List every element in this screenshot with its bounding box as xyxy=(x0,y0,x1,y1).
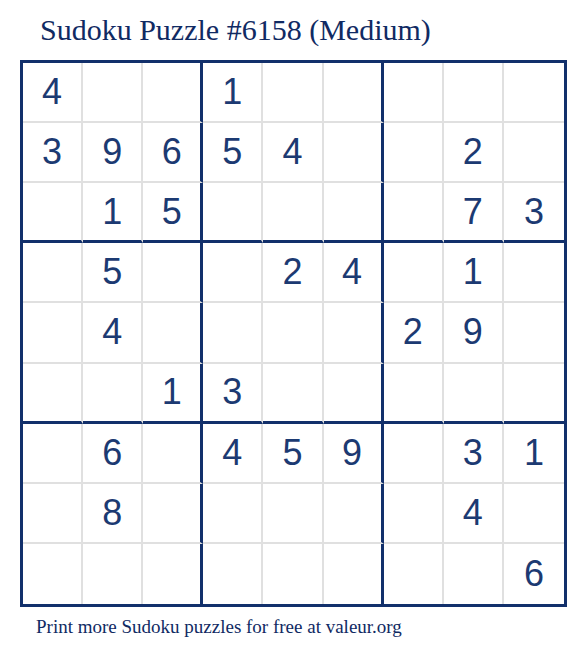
cell-r9c5[interactable] xyxy=(263,544,323,604)
cell-r1c3[interactable] xyxy=(143,63,203,123)
cell-r9c9[interactable]: 6 xyxy=(504,544,564,604)
cell-r6c7[interactable] xyxy=(384,364,444,424)
cell-r5c8[interactable]: 9 xyxy=(444,303,504,363)
cell-r3c8[interactable]: 7 xyxy=(444,183,504,243)
cell-r2c9[interactable] xyxy=(504,123,564,183)
sudoku-page: Sudoku Puzzle #6158 (Medium) 41396542157… xyxy=(0,0,574,651)
cell-r3c3[interactable]: 5 xyxy=(143,183,203,243)
cell-r9c7[interactable] xyxy=(384,544,444,604)
cell-r7c5[interactable]: 5 xyxy=(263,424,323,484)
cell-r3c4[interactable] xyxy=(203,183,263,243)
cell-r6c8[interactable] xyxy=(444,364,504,424)
cell-r1c1[interactable]: 4 xyxy=(23,63,83,123)
cell-r4c5[interactable]: 2 xyxy=(263,243,323,303)
footer-text: Print more Sudoku puzzles for free at va… xyxy=(36,616,402,638)
cell-r8c2[interactable]: 8 xyxy=(83,484,143,544)
cell-r7c6[interactable]: 9 xyxy=(324,424,384,484)
cell-r7c8[interactable]: 3 xyxy=(444,424,504,484)
cell-r1c5[interactable] xyxy=(263,63,323,123)
cell-r1c9[interactable] xyxy=(504,63,564,123)
cell-r4c7[interactable] xyxy=(384,243,444,303)
cell-r3c1[interactable] xyxy=(23,183,83,243)
cell-r8c1[interactable] xyxy=(23,484,83,544)
cell-r2c1[interactable]: 3 xyxy=(23,123,83,183)
cell-r8c3[interactable] xyxy=(143,484,203,544)
cell-r5c3[interactable] xyxy=(143,303,203,363)
cell-r6c5[interactable] xyxy=(263,364,323,424)
cell-r2c7[interactable] xyxy=(384,123,444,183)
cell-r3c9[interactable]: 3 xyxy=(504,183,564,243)
cell-r9c6[interactable] xyxy=(324,544,384,604)
cell-r7c9[interactable]: 1 xyxy=(504,424,564,484)
cell-r2c2[interactable]: 9 xyxy=(83,123,143,183)
cell-r3c5[interactable] xyxy=(263,183,323,243)
cell-r2c4[interactable]: 5 xyxy=(203,123,263,183)
cell-r7c7[interactable] xyxy=(384,424,444,484)
cell-r4c2[interactable]: 5 xyxy=(83,243,143,303)
cell-r8c9[interactable] xyxy=(504,484,564,544)
cell-r9c3[interactable] xyxy=(143,544,203,604)
page-title: Sudoku Puzzle #6158 (Medium) xyxy=(40,13,431,47)
cell-r7c1[interactable] xyxy=(23,424,83,484)
cell-r4c8[interactable]: 1 xyxy=(444,243,504,303)
cell-r5c2[interactable]: 4 xyxy=(83,303,143,363)
cell-r4c4[interactable] xyxy=(203,243,263,303)
cell-r5c7[interactable]: 2 xyxy=(384,303,444,363)
cell-r9c2[interactable] xyxy=(83,544,143,604)
cell-r1c6[interactable] xyxy=(324,63,384,123)
cell-r6c6[interactable] xyxy=(324,364,384,424)
cell-r3c6[interactable] xyxy=(324,183,384,243)
sudoku-board: 413965421573524142913645931846 xyxy=(20,60,567,607)
cell-r5c5[interactable] xyxy=(263,303,323,363)
cell-r9c1[interactable] xyxy=(23,544,83,604)
cell-r1c4[interactable]: 1 xyxy=(203,63,263,123)
cell-r8c5[interactable] xyxy=(263,484,323,544)
cell-r8c8[interactable]: 4 xyxy=(444,484,504,544)
cell-r1c2[interactable] xyxy=(83,63,143,123)
cell-r6c3[interactable]: 1 xyxy=(143,364,203,424)
cell-r7c4[interactable]: 4 xyxy=(203,424,263,484)
cell-r5c6[interactable] xyxy=(324,303,384,363)
cell-r5c9[interactable] xyxy=(504,303,564,363)
cell-r2c3[interactable]: 6 xyxy=(143,123,203,183)
cell-r4c3[interactable] xyxy=(143,243,203,303)
cell-r4c1[interactable] xyxy=(23,243,83,303)
cell-r1c8[interactable] xyxy=(444,63,504,123)
cell-r2c6[interactable] xyxy=(324,123,384,183)
cell-r4c9[interactable] xyxy=(504,243,564,303)
cell-r6c9[interactable] xyxy=(504,364,564,424)
cell-r7c2[interactable]: 6 xyxy=(83,424,143,484)
cell-r9c8[interactable] xyxy=(444,544,504,604)
cell-r8c7[interactable] xyxy=(384,484,444,544)
cell-r2c8[interactable]: 2 xyxy=(444,123,504,183)
cell-r4c6[interactable]: 4 xyxy=(324,243,384,303)
cell-r7c3[interactable] xyxy=(143,424,203,484)
cell-r6c1[interactable] xyxy=(23,364,83,424)
cell-r8c4[interactable] xyxy=(203,484,263,544)
cell-r3c7[interactable] xyxy=(384,183,444,243)
cell-r6c2[interactable] xyxy=(83,364,143,424)
cell-r5c4[interactable] xyxy=(203,303,263,363)
cell-r3c2[interactable]: 1 xyxy=(83,183,143,243)
cell-r9c4[interactable] xyxy=(203,544,263,604)
cell-r1c7[interactable] xyxy=(384,63,444,123)
cell-r6c4[interactable]: 3 xyxy=(203,364,263,424)
cell-r2c5[interactable]: 4 xyxy=(263,123,323,183)
cell-r8c6[interactable] xyxy=(324,484,384,544)
cell-r5c1[interactable] xyxy=(23,303,83,363)
